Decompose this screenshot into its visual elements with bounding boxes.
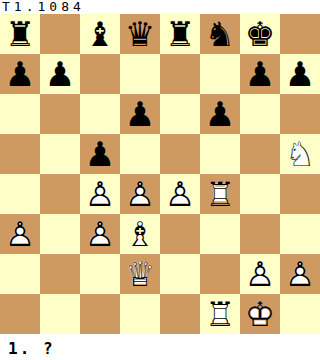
square-e3[interactable] [160, 214, 200, 254]
square-c6[interactable] [80, 94, 120, 134]
white-pawn-icon: ♟ [160, 174, 200, 214]
white-pawn-icon: ♟ [80, 174, 120, 214]
square-c3[interactable]: ♟♙ [80, 214, 120, 254]
square-b2[interactable] [40, 254, 80, 294]
white-rook-outline-icon: ♖ [200, 294, 240, 334]
square-h1[interactable] [280, 294, 320, 334]
square-b3[interactable] [40, 214, 80, 254]
square-e6[interactable] [160, 94, 200, 134]
square-a8[interactable]: ♜ [0, 14, 40, 54]
square-b6[interactable] [40, 94, 80, 134]
white-pawn-outline-icon: ♙ [0, 214, 40, 254]
square-d2[interactable]: ♛♕ [120, 254, 160, 294]
square-g8[interactable]: ♚ [240, 14, 280, 54]
square-f1[interactable]: ♜♖ [200, 294, 240, 334]
black-king-icon: ♚ [240, 14, 280, 54]
square-f2[interactable] [200, 254, 240, 294]
white-pawn-outline-icon: ♙ [120, 174, 160, 214]
square-c7[interactable] [80, 54, 120, 94]
black-pawn-icon: ♟ [0, 54, 40, 94]
square-d6[interactable]: ♟ [120, 94, 160, 134]
square-g5[interactable] [240, 134, 280, 174]
square-c1[interactable] [80, 294, 120, 334]
square-f7[interactable] [200, 54, 240, 94]
square-g1[interactable]: ♚♔ [240, 294, 280, 334]
square-f4[interactable]: ♜♖ [200, 174, 240, 214]
square-e4[interactable]: ♟♙ [160, 174, 200, 214]
white-king-icon: ♚ [240, 294, 280, 334]
square-f3[interactable] [200, 214, 240, 254]
square-e7[interactable] [160, 54, 200, 94]
square-b5[interactable] [40, 134, 80, 174]
white-pawn-outline-icon: ♙ [80, 214, 120, 254]
white-pawn-icon: ♟ [0, 214, 40, 254]
white-pawn-outline-icon: ♙ [80, 174, 120, 214]
square-a6[interactable] [0, 94, 40, 134]
black-pawn-icon: ♟ [80, 134, 120, 174]
square-e2[interactable] [160, 254, 200, 294]
square-c2[interactable] [80, 254, 120, 294]
black-pawn-icon: ♟ [120, 94, 160, 134]
square-g7[interactable]: ♟ [240, 54, 280, 94]
square-h3[interactable] [280, 214, 320, 254]
square-g3[interactable] [240, 214, 280, 254]
white-pawn-icon: ♟ [280, 254, 320, 294]
square-h7[interactable]: ♟ [280, 54, 320, 94]
white-queen-outline-icon: ♕ [120, 254, 160, 294]
black-pawn-icon: ♟ [280, 54, 320, 94]
square-h5[interactable]: ♞♘ [280, 134, 320, 174]
square-e8[interactable]: ♜ [160, 14, 200, 54]
square-h4[interactable] [280, 174, 320, 214]
square-b1[interactable] [40, 294, 80, 334]
chess-board: ♜♝♛♜♞♚♟♟♟♟♟♟♟♞♘♟♙♟♙♟♙♜♖♟♙♟♙♝♗♛♕♟♙♟♙♜♖♚♔ [0, 14, 320, 334]
white-rook-outline-icon: ♖ [200, 174, 240, 214]
black-pawn-icon: ♟ [240, 54, 280, 94]
square-d3[interactable]: ♝♗ [120, 214, 160, 254]
square-a7[interactable]: ♟ [0, 54, 40, 94]
black-bishop-icon: ♝ [80, 14, 120, 54]
black-pawn-icon: ♟ [40, 54, 80, 94]
square-b4[interactable] [40, 174, 80, 214]
move-prompt: 1. ? [0, 334, 320, 360]
black-knight-icon: ♞ [200, 14, 240, 54]
white-queen-icon: ♛ [120, 254, 160, 294]
white-bishop-icon: ♝ [120, 214, 160, 254]
square-g6[interactable] [240, 94, 280, 134]
square-f5[interactable] [200, 134, 240, 174]
square-d7[interactable] [120, 54, 160, 94]
square-e5[interactable] [160, 134, 200, 174]
square-a4[interactable] [0, 174, 40, 214]
white-pawn-outline-icon: ♙ [160, 174, 200, 214]
square-d8[interactable]: ♛ [120, 14, 160, 54]
white-pawn-icon: ♟ [240, 254, 280, 294]
black-queen-icon: ♛ [120, 14, 160, 54]
square-h2[interactable]: ♟♙ [280, 254, 320, 294]
square-d1[interactable] [120, 294, 160, 334]
square-g4[interactable] [240, 174, 280, 214]
square-a3[interactable]: ♟♙ [0, 214, 40, 254]
white-pawn-outline-icon: ♙ [280, 254, 320, 294]
white-rook-icon: ♜ [200, 174, 240, 214]
black-rook-icon: ♜ [160, 14, 200, 54]
square-a1[interactable] [0, 294, 40, 334]
tactics-puzzle-screen: T1.1084 ♜♝♛♜♞♚♟♟♟♟♟♟♟♞♘♟♙♟♙♟♙♜♖♟♙♟♙♝♗♛♕♟… [0, 0, 320, 360]
white-bishop-outline-icon: ♗ [120, 214, 160, 254]
square-h6[interactable] [280, 94, 320, 134]
square-g2[interactable]: ♟♙ [240, 254, 280, 294]
square-c5[interactable]: ♟ [80, 134, 120, 174]
square-c4[interactable]: ♟♙ [80, 174, 120, 214]
square-e1[interactable] [160, 294, 200, 334]
square-h8[interactable] [280, 14, 320, 54]
square-d4[interactable]: ♟♙ [120, 174, 160, 214]
square-b7[interactable]: ♟ [40, 54, 80, 94]
square-b8[interactable] [40, 14, 80, 54]
white-pawn-outline-icon: ♙ [240, 254, 280, 294]
square-c8[interactable]: ♝ [80, 14, 120, 54]
square-d5[interactable] [120, 134, 160, 174]
white-king-outline-icon: ♔ [240, 294, 280, 334]
square-a5[interactable] [0, 134, 40, 174]
white-knight-outline-icon: ♘ [280, 134, 320, 174]
black-pawn-icon: ♟ [200, 94, 240, 134]
white-rook-icon: ♜ [200, 294, 240, 334]
square-f6[interactable]: ♟ [200, 94, 240, 134]
square-a2[interactable] [0, 254, 40, 294]
square-f8[interactable]: ♞ [200, 14, 240, 54]
puzzle-id-label: T1.1084 [0, 0, 320, 14]
white-pawn-icon: ♟ [120, 174, 160, 214]
black-rook-icon: ♜ [0, 14, 40, 54]
white-knight-icon: ♞ [280, 134, 320, 174]
white-pawn-icon: ♟ [80, 214, 120, 254]
